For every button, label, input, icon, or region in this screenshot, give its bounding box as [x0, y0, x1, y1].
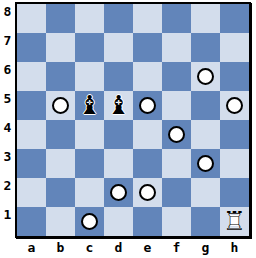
square-h5[interactable]	[220, 91, 249, 120]
square-h8[interactable]	[220, 4, 249, 33]
square-e7[interactable]	[133, 33, 162, 62]
rank-label-5: 5	[0, 91, 15, 120]
square-e5[interactable]	[133, 91, 162, 120]
file-label-b: b	[46, 240, 75, 257]
square-b1[interactable]	[46, 207, 75, 236]
square-f2[interactable]	[162, 178, 191, 207]
rank-label-4: 4	[0, 120, 15, 149]
square-a6[interactable]	[17, 62, 46, 91]
rank-labels: 87654321	[0, 4, 15, 236]
square-d3[interactable]	[104, 149, 133, 178]
square-b8[interactable]	[46, 4, 75, 33]
square-c8[interactable]	[75, 4, 104, 33]
square-e2[interactable]	[133, 178, 162, 207]
square-d5[interactable]: ♝	[104, 91, 133, 120]
square-g2[interactable]	[191, 178, 220, 207]
target-marker-b5	[52, 97, 69, 114]
file-label-a: a	[17, 240, 46, 257]
square-f4[interactable]	[162, 120, 191, 149]
square-d6[interactable]	[104, 62, 133, 91]
file-label-f: f	[162, 240, 191, 257]
square-e6[interactable]	[133, 62, 162, 91]
white-rook-outline: ♖	[223, 206, 246, 236]
square-c3[interactable]	[75, 149, 104, 178]
square-g8[interactable]	[191, 4, 220, 33]
square-a7[interactable]	[17, 33, 46, 62]
square-h1[interactable]: ♜♖	[220, 207, 249, 236]
target-marker-g6	[197, 68, 214, 85]
square-a5[interactable]	[17, 91, 46, 120]
square-e3[interactable]	[133, 149, 162, 178]
rank-label-8: 8	[0, 4, 15, 33]
square-e8[interactable]	[133, 4, 162, 33]
square-h3[interactable]	[220, 149, 249, 178]
square-e4[interactable]	[133, 120, 162, 149]
square-a8[interactable]	[17, 4, 46, 33]
rank-label-1: 1	[0, 207, 15, 236]
chess-diagram: 87654321 ♝♝♜♖ abcdefgh	[0, 0, 256, 258]
file-label-d: d	[104, 240, 133, 257]
square-g5[interactable]	[191, 91, 220, 120]
square-a1[interactable]	[17, 207, 46, 236]
white-rook: ♜♖	[223, 207, 246, 236]
square-e1[interactable]	[133, 207, 162, 236]
target-marker-h5	[226, 97, 243, 114]
square-f1[interactable]	[162, 207, 191, 236]
square-c7[interactable]	[75, 33, 104, 62]
target-marker-d2	[110, 184, 127, 201]
square-d8[interactable]	[104, 4, 133, 33]
file-label-c: c	[75, 240, 104, 257]
square-g4[interactable]	[191, 120, 220, 149]
square-h4[interactable]	[220, 120, 249, 149]
square-b2[interactable]	[46, 178, 75, 207]
target-marker-e2	[139, 184, 156, 201]
rank-label-7: 7	[0, 33, 15, 62]
square-b6[interactable]	[46, 62, 75, 91]
file-label-h: h	[220, 240, 249, 257]
square-c6[interactable]	[75, 62, 104, 91]
square-b5[interactable]	[46, 91, 75, 120]
file-label-e: e	[133, 240, 162, 257]
square-c5[interactable]: ♝	[75, 91, 104, 120]
target-marker-c1	[81, 213, 98, 230]
target-marker-f4	[168, 126, 185, 143]
square-b4[interactable]	[46, 120, 75, 149]
square-a3[interactable]	[17, 149, 46, 178]
square-g6[interactable]	[191, 62, 220, 91]
square-d1[interactable]	[104, 207, 133, 236]
black-bishop: ♝	[78, 91, 101, 120]
square-h2[interactable]	[220, 178, 249, 207]
square-b3[interactable]	[46, 149, 75, 178]
square-b7[interactable]	[46, 33, 75, 62]
square-a2[interactable]	[17, 178, 46, 207]
black-bishop: ♝	[107, 91, 130, 120]
file-label-g: g	[191, 240, 220, 257]
square-g1[interactable]	[191, 207, 220, 236]
file-labels: abcdefgh	[17, 240, 249, 257]
square-a4[interactable]	[17, 120, 46, 149]
rank-label-3: 3	[0, 149, 15, 178]
square-c4[interactable]	[75, 120, 104, 149]
square-d7[interactable]	[104, 33, 133, 62]
square-f6[interactable]	[162, 62, 191, 91]
square-g3[interactable]	[191, 149, 220, 178]
square-h6[interactable]	[220, 62, 249, 91]
target-marker-g3	[197, 155, 214, 172]
square-f7[interactable]	[162, 33, 191, 62]
rank-label-6: 6	[0, 62, 15, 91]
square-f3[interactable]	[162, 149, 191, 178]
square-d2[interactable]	[104, 178, 133, 207]
square-g7[interactable]	[191, 33, 220, 62]
square-d4[interactable]	[104, 120, 133, 149]
square-f5[interactable]	[162, 91, 191, 120]
square-f8[interactable]	[162, 4, 191, 33]
rank-label-2: 2	[0, 178, 15, 207]
target-marker-e5	[139, 97, 156, 114]
square-c2[interactable]	[75, 178, 104, 207]
chess-board: ♝♝♜♖	[15, 2, 251, 238]
square-c1[interactable]	[75, 207, 104, 236]
square-h7[interactable]	[220, 33, 249, 62]
